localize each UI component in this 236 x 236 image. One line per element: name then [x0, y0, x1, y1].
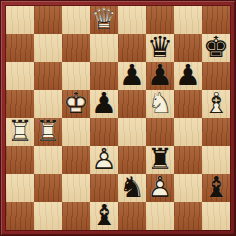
piece-black-king[interactable]: ♚: [202, 34, 230, 62]
square-e2[interactable]: ♞: [118, 174, 146, 202]
piece-black-bishop[interactable]: ♝: [202, 174, 230, 202]
square-c4[interactable]: [62, 118, 90, 146]
bishop-glyph: ♝: [90, 201, 118, 229]
square-e5[interactable]: [118, 90, 146, 118]
square-a8[interactable]: [6, 6, 34, 34]
piece-black-pawn[interactable]: ♟: [174, 62, 202, 90]
square-a3[interactable]: [6, 146, 34, 174]
piece-white-king[interactable]: ♚♔: [62, 90, 90, 118]
piece-black-pawn[interactable]: ♟: [90, 90, 118, 118]
pawn-glyph-outline-layer: ♙: [90, 145, 118, 173]
square-a1[interactable]: [6, 202, 34, 230]
queen-glyph-outline-layer: ♕: [90, 5, 118, 33]
square-h7[interactable]: ♚: [202, 34, 230, 62]
rook-glyph-outline-layer: ♖: [34, 117, 62, 145]
piece-black-bishop[interactable]: ♝: [90, 202, 118, 230]
square-c3[interactable]: [62, 146, 90, 174]
pawn-glyph-outline-layer: ♙: [146, 173, 174, 201]
square-d1[interactable]: ♝: [90, 202, 118, 230]
piece-black-pawn[interactable]: ♟: [118, 62, 146, 90]
square-g8[interactable]: [174, 6, 202, 34]
square-f5[interactable]: ♞♘: [146, 90, 174, 118]
knight-glyph: ♞: [118, 173, 146, 201]
square-h2[interactable]: ♝: [202, 174, 230, 202]
pawn-glyph: ♟: [118, 61, 146, 89]
square-b7[interactable]: [34, 34, 62, 62]
king-glyph: ♚: [202, 33, 230, 61]
square-g6[interactable]: ♟: [174, 62, 202, 90]
square-b3[interactable]: [34, 146, 62, 174]
queen-glyph: ♛: [146, 33, 174, 61]
piece-white-bishop[interactable]: ♝♗: [202, 90, 230, 118]
square-b4[interactable]: ♜♖: [34, 118, 62, 146]
square-a6[interactable]: [6, 62, 34, 90]
piece-white-queen[interactable]: ♛♕: [90, 6, 118, 34]
square-a2[interactable]: [6, 174, 34, 202]
square-a4[interactable]: ♜♖: [6, 118, 34, 146]
bishop-glyph-outline-layer: ♗: [202, 89, 230, 117]
square-f1[interactable]: [146, 202, 174, 230]
rook-glyph-outline-layer: ♖: [6, 117, 34, 145]
square-g4[interactable]: [174, 118, 202, 146]
square-c8[interactable]: [62, 6, 90, 34]
bishop-glyph: ♝: [202, 173, 230, 201]
square-b1[interactable]: [34, 202, 62, 230]
pawn-glyph: ♟: [90, 89, 118, 117]
chess-board: ♛♕♛♚♟♟♟♚♔♟♞♘♝♗♜♖♜♖♟♙♜♞♟♙♝♝: [6, 6, 230, 230]
pawn-glyph: ♟: [146, 61, 174, 89]
square-g2[interactable]: [174, 174, 202, 202]
square-f2[interactable]: ♟♙: [146, 174, 174, 202]
square-h1[interactable]: [202, 202, 230, 230]
square-b8[interactable]: [34, 6, 62, 34]
square-e8[interactable]: [118, 6, 146, 34]
square-c5[interactable]: ♚♔: [62, 90, 90, 118]
square-d7[interactable]: [90, 34, 118, 62]
square-e1[interactable]: [118, 202, 146, 230]
square-g1[interactable]: [174, 202, 202, 230]
square-d8[interactable]: ♛♕: [90, 6, 118, 34]
square-h4[interactable]: [202, 118, 230, 146]
piece-white-pawn[interactable]: ♟♙: [90, 146, 118, 174]
square-a7[interactable]: [6, 34, 34, 62]
piece-white-rook[interactable]: ♜♖: [34, 118, 62, 146]
square-d3[interactable]: ♟♙: [90, 146, 118, 174]
square-e4[interactable]: [118, 118, 146, 146]
square-d5[interactable]: ♟: [90, 90, 118, 118]
square-g3[interactable]: [174, 146, 202, 174]
piece-white-knight[interactable]: ♞♘: [146, 90, 174, 118]
knight-glyph-outline-layer: ♘: [146, 89, 174, 117]
square-g5[interactable]: [174, 90, 202, 118]
king-glyph-outline-layer: ♔: [62, 89, 90, 117]
square-c2[interactable]: [62, 174, 90, 202]
square-h5[interactable]: ♝♗: [202, 90, 230, 118]
piece-white-pawn[interactable]: ♟♙: [146, 174, 174, 202]
square-b2[interactable]: [34, 174, 62, 202]
piece-black-knight[interactable]: ♞: [118, 174, 146, 202]
rook-glyph: ♜: [146, 145, 174, 173]
square-c1[interactable]: [62, 202, 90, 230]
square-b6[interactable]: [34, 62, 62, 90]
pawn-glyph: ♟: [174, 61, 202, 89]
square-c7[interactable]: [62, 34, 90, 62]
square-e6[interactable]: ♟: [118, 62, 146, 90]
piece-white-rook[interactable]: ♜♖: [6, 118, 34, 146]
board-frame: ♛♕♛♚♟♟♟♚♔♟♞♘♝♗♜♖♜♖♟♙♜♞♟♙♝♝: [0, 0, 236, 236]
